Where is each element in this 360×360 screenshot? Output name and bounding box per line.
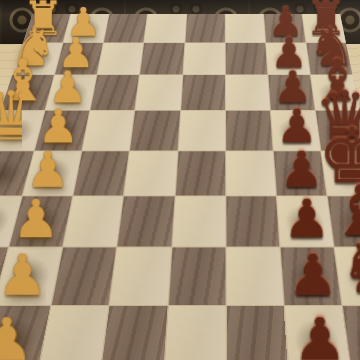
square-g2[interactable]: ♟ bbox=[0, 247, 62, 305]
chess-set-photo: ♜♟♟♜♞♟♟♞♝♟♟♝♛♟♟♛♚♟♟♚♝♟♟♝♞♟♟♞♜♟♟♜ bbox=[0, 0, 360, 360]
square-c5[interactable] bbox=[181, 75, 225, 110]
piece-anchor: ♟ bbox=[0, 306, 51, 360]
square-b4[interactable] bbox=[140, 43, 184, 75]
square-h4[interactable] bbox=[101, 306, 167, 360]
piece-wP[interactable]: ♟ bbox=[0, 310, 65, 360]
piece-anchor: ♟ bbox=[0, 247, 62, 305]
square-g4[interactable] bbox=[110, 247, 171, 305]
square-d4[interactable] bbox=[130, 111, 179, 150]
square-f4[interactable] bbox=[118, 196, 174, 246]
square-h8[interactable]: ♜ bbox=[343, 306, 360, 360]
piece-bR[interactable]: ♜ bbox=[324, 298, 360, 360]
square-b5[interactable] bbox=[183, 43, 225, 75]
square-h5[interactable] bbox=[164, 306, 225, 360]
board: ♜♟♟♜♞♟♟♞♝♟♟♝♛♟♟♛♚♟♟♚♝♟♟♝♞♟♟♞♜♟♟♜ bbox=[0, 14, 360, 360]
square-h2[interactable]: ♟ bbox=[0, 306, 51, 360]
square-g5[interactable] bbox=[168, 247, 225, 305]
square-a4[interactable] bbox=[144, 14, 185, 42]
square-c4[interactable] bbox=[136, 75, 182, 110]
piece-anchor: ♟ bbox=[10, 196, 73, 246]
square-e5[interactable] bbox=[175, 151, 225, 195]
board-scene: ♜♟♟♜♞♟♟♞♝♟♟♝♛♟♟♛♚♟♟♚♝♟♟♝♞♟♟♞♜♟♟♜ bbox=[0, 0, 360, 360]
square-e4[interactable] bbox=[125, 151, 177, 195]
piece-anchor: ♜ bbox=[343, 306, 360, 360]
square-d5[interactable] bbox=[178, 111, 225, 150]
piece-wP[interactable]: ♟ bbox=[0, 247, 77, 304]
square-f2[interactable]: ♟ bbox=[10, 196, 73, 246]
square-a5[interactable] bbox=[185, 14, 225, 42]
square-f5[interactable] bbox=[172, 196, 225, 246]
